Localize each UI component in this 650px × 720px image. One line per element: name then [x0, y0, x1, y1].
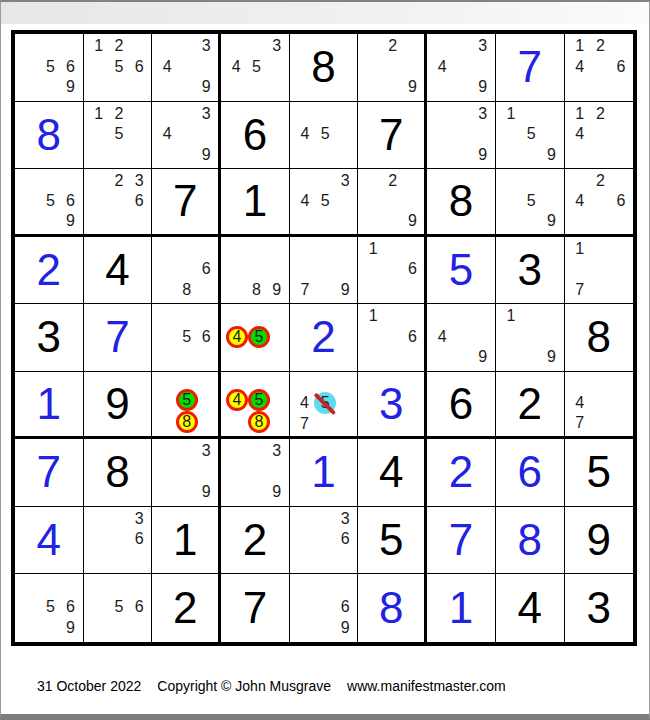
- candidate-5-highlight-green: 5: [248, 389, 270, 411]
- pencil-marks: 19: [496, 304, 564, 371]
- candidate-6: 6: [135, 531, 144, 547]
- pencil-marks: 89: [221, 237, 289, 304]
- candidate-4: 4: [300, 395, 309, 411]
- pencil-marks: 124: [565, 102, 634, 169]
- candidate-5: 5: [115, 59, 124, 75]
- candidate-2: 2: [115, 173, 124, 189]
- candidate-1: 1: [575, 241, 584, 257]
- pencil-marks: 49: [427, 304, 495, 371]
- candidate-6: 6: [341, 599, 350, 615]
- given-digit: 4: [105, 248, 129, 292]
- pencil-marks: 69: [290, 574, 358, 642]
- candidate-9: 9: [408, 213, 417, 229]
- pencil-marks: 1256: [84, 34, 152, 101]
- candidate-4: 4: [438, 329, 447, 345]
- candidate-3: 3: [341, 511, 350, 527]
- solved-digit: 8: [379, 586, 403, 630]
- given-digit: 5: [379, 518, 403, 562]
- given-digit: 8: [105, 450, 129, 494]
- cell-r6c5[interactable]: 457: [290, 372, 359, 440]
- candidate-5: 5: [115, 126, 124, 142]
- sudoku-board: 5691256349345829349712468125349645739159…: [11, 30, 637, 646]
- candidate-9: 9: [202, 79, 211, 95]
- candidate-3: 3: [341, 173, 350, 189]
- candidate-9: 9: [66, 79, 75, 95]
- elimination-strike-icon: [314, 392, 336, 414]
- candidate-3: 3: [272, 38, 281, 54]
- pencil-marks: 45: [221, 304, 289, 371]
- candidate-3: 3: [202, 443, 211, 459]
- pencil-marks: 58: [152, 372, 218, 437]
- candidate-3: 3: [135, 173, 144, 189]
- pencil-marks: 569: [15, 34, 83, 101]
- candidate-4-highlight-yellow: 4: [226, 389, 248, 411]
- given-digit: 8: [449, 179, 473, 223]
- cell-r1c2[interactable]: 1256: [84, 34, 153, 102]
- cell-r1c5[interactable]: 8: [290, 34, 359, 102]
- cell-r7c6[interactable]: 4: [358, 439, 427, 507]
- candidate-9: 9: [547, 213, 556, 229]
- candidate-8: 8: [252, 282, 261, 298]
- candidate-9: 9: [341, 620, 350, 636]
- solved-digit: 1: [37, 382, 61, 426]
- given-digit: 2: [243, 518, 267, 562]
- given-digit: 9: [587, 518, 611, 562]
- candidate-5-highlight-green: 5: [248, 326, 270, 348]
- candidate-9: 9: [66, 620, 75, 636]
- candidate-6: 6: [616, 59, 625, 75]
- pencil-marks: 236: [84, 169, 152, 234]
- candidate-9: 9: [272, 282, 281, 298]
- cell-r9c9[interactable]: 3: [565, 574, 634, 642]
- solved-digit: 4: [37, 518, 61, 562]
- candidate-6: 6: [408, 261, 417, 277]
- cell-r9c6[interactable]: 8: [358, 574, 427, 642]
- pencil-marks: 349: [152, 34, 218, 101]
- candidate-2: 2: [115, 106, 124, 122]
- candidate-1: 1: [369, 308, 378, 324]
- cell-r2c4[interactable]: 6: [221, 102, 290, 170]
- pencil-marks: 349: [427, 34, 495, 101]
- candidate-4: 4: [575, 193, 584, 209]
- cell-r2c2[interactable]: 125: [84, 102, 153, 170]
- candidate-4-highlight-yellow: 4: [226, 326, 248, 348]
- cell-r7c7[interactable]: 2: [427, 439, 496, 507]
- pencil-marks: 47: [565, 372, 634, 437]
- footer-date: 31 October 2022: [37, 678, 141, 694]
- cell-r8c6[interactable]: 5: [358, 507, 427, 575]
- pencil-marks: 36: [290, 507, 358, 574]
- candidate-3: 3: [478, 106, 487, 122]
- cell-r5c6[interactable]: 16: [358, 304, 427, 372]
- cell-r4c7[interactable]: 5: [427, 237, 496, 305]
- candidate-7: 7: [575, 282, 584, 298]
- candidate-1: 1: [575, 106, 584, 122]
- candidate-6: 6: [135, 193, 144, 209]
- pencil-marks: 39: [427, 102, 495, 169]
- pencil-marks: 345: [290, 169, 358, 234]
- cell-r6c9[interactable]: 47: [565, 372, 634, 440]
- candidate-4: 4: [575, 59, 584, 75]
- cell-r4c5[interactable]: 79: [290, 237, 359, 305]
- cell-r2c7[interactable]: 39: [427, 102, 496, 170]
- candidate-5-highlight-cyan: 5: [314, 392, 336, 414]
- cell-r1c7[interactable]: 349: [427, 34, 496, 102]
- candidate-9: 9: [66, 213, 75, 229]
- given-digit: 7: [243, 586, 267, 630]
- cell-r7c4[interactable]: 39: [221, 439, 290, 507]
- pencil-marks: 45: [290, 102, 358, 169]
- pencil-marks: 1246: [565, 34, 634, 101]
- candidate-1: 1: [94, 38, 103, 54]
- pencil-marks: 68: [152, 237, 218, 304]
- cell-r9c8[interactable]: 4: [496, 574, 565, 642]
- solved-digit: 8: [37, 113, 61, 157]
- candidate-8-highlight-yellow: 8: [248, 411, 270, 433]
- candidate-4: 4: [300, 126, 309, 142]
- candidate-6: 6: [202, 261, 211, 277]
- pencil-marks: 16: [358, 304, 424, 371]
- candidate-5: 5: [252, 59, 261, 75]
- candidate-7: 7: [300, 416, 309, 432]
- cell-r8c1[interactable]: 4: [15, 507, 84, 575]
- given-digit: 9: [105, 382, 129, 426]
- candidate-1: 1: [506, 106, 515, 122]
- cell-r5c1[interactable]: 3: [15, 304, 84, 372]
- cell-r8c7[interactable]: 7: [427, 507, 496, 575]
- candidate-8: 8: [182, 282, 191, 298]
- candidate-4: 4: [232, 59, 241, 75]
- given-digit: 7: [379, 113, 403, 157]
- given-digit: 1: [243, 179, 267, 223]
- candidate-8-highlight-yellow: 8: [176, 411, 198, 433]
- pencil-marks: 59: [496, 169, 564, 234]
- pencil-marks: 457: [290, 372, 358, 437]
- cell-r3c8[interactable]: 59: [496, 169, 565, 237]
- pencil-marks: 345: [221, 34, 289, 101]
- candidate-4: 4: [575, 126, 584, 142]
- cell-r1c4[interactable]: 345: [221, 34, 290, 102]
- candidate-6: 6: [66, 193, 75, 209]
- cell-r6c3[interactable]: 58: [152, 372, 221, 440]
- cell-r2c6[interactable]: 7: [358, 102, 427, 170]
- candidate-1: 1: [506, 308, 515, 324]
- candidate-2: 2: [115, 38, 124, 54]
- cell-r8c4[interactable]: 2: [221, 507, 290, 575]
- cell-r7c1[interactable]: 7: [15, 439, 84, 507]
- pencil-marks: 39: [221, 439, 289, 506]
- given-digit: 3: [587, 586, 611, 630]
- cell-r5c7[interactable]: 49: [427, 304, 496, 372]
- cell-r4c6[interactable]: 16: [358, 237, 427, 305]
- pencil-marks: 569: [15, 169, 83, 234]
- candidate-9: 9: [478, 79, 487, 95]
- footer: 31 October 2022 Copyright © John Musgrav…: [37, 678, 506, 694]
- candidate-2: 2: [596, 106, 605, 122]
- cell-r4c3[interactable]: 68: [152, 237, 221, 305]
- pencil-marks: 29: [358, 34, 424, 101]
- candidate-6: 6: [135, 59, 144, 75]
- cell-r3c4[interactable]: 1: [221, 169, 290, 237]
- candidate-3: 3: [202, 38, 211, 54]
- cell-r3c1[interactable]: 569: [15, 169, 84, 237]
- candidate-2: 2: [596, 38, 605, 54]
- cell-r8c2[interactable]: 36: [84, 507, 153, 575]
- cell-r5c5[interactable]: 2: [290, 304, 359, 372]
- solved-digit: 8: [517, 518, 541, 562]
- pencil-marks: 458: [221, 372, 289, 437]
- page: 5691256349345829349712468125349645739159…: [0, 0, 650, 720]
- cell-r8c3[interactable]: 1: [152, 507, 221, 575]
- given-digit: 6: [449, 382, 473, 426]
- candidate-3: 3: [478, 38, 487, 54]
- solved-digit: 6: [517, 450, 541, 494]
- candidate-9: 9: [547, 349, 556, 365]
- given-digit: 8: [587, 315, 611, 359]
- solved-digit: 1: [311, 450, 335, 494]
- candidate-6: 6: [616, 193, 625, 209]
- cell-r8c8[interactable]: 8: [496, 507, 565, 575]
- candidate-3: 3: [272, 443, 281, 459]
- given-digit: 2: [173, 586, 197, 630]
- cell-r5c8[interactable]: 19: [496, 304, 565, 372]
- candidate-7: 7: [575, 415, 584, 431]
- cell-r9c7[interactable]: 1: [427, 574, 496, 642]
- cell-r5c4[interactable]: 45: [221, 304, 290, 372]
- pencil-marks: 17: [565, 237, 634, 304]
- candidate-4: 4: [438, 59, 447, 75]
- pencil-marks: 79: [290, 237, 358, 304]
- cell-r6c1[interactable]: 1: [15, 372, 84, 440]
- cell-r3c2[interactable]: 236: [84, 169, 153, 237]
- footer-website-link[interactable]: www.manifestmaster.com: [347, 678, 506, 694]
- footer-copyright: Copyright © John Musgrave: [157, 678, 331, 694]
- given-digit: 7: [173, 179, 197, 223]
- given-digit: 2: [517, 382, 541, 426]
- candidate-2: 2: [388, 38, 397, 54]
- pencil-marks: 246: [565, 169, 634, 234]
- cell-r5c2[interactable]: 7: [84, 304, 153, 372]
- cell-r3c6[interactable]: 29: [358, 169, 427, 237]
- cell-r8c9[interactable]: 9: [565, 507, 634, 575]
- candidate-3: 3: [202, 106, 211, 122]
- candidate-6: 6: [66, 599, 75, 615]
- cell-r4c4[interactable]: 89: [221, 237, 290, 305]
- candidate-5: 5: [321, 193, 330, 209]
- solved-digit: 7: [517, 45, 541, 89]
- cell-r1c3[interactable]: 349: [152, 34, 221, 102]
- given-digit: 4: [517, 586, 541, 630]
- candidate-6: 6: [202, 329, 211, 345]
- given-digit: 8: [311, 45, 335, 89]
- candidate-6: 6: [135, 599, 144, 615]
- candidate-5: 5: [527, 193, 536, 209]
- cell-r4c8[interactable]: 3: [496, 237, 565, 305]
- cell-r3c7[interactable]: 8: [427, 169, 496, 237]
- cell-r4c9[interactable]: 17: [565, 237, 634, 305]
- cell-r3c9[interactable]: 246: [565, 169, 634, 237]
- cell-r3c5[interactable]: 345: [290, 169, 359, 237]
- candidate-6: 6: [408, 329, 417, 345]
- cell-r2c1[interactable]: 8: [15, 102, 84, 170]
- pencil-marks: 569: [15, 574, 83, 642]
- pencil-marks: 29: [358, 169, 424, 234]
- cell-r3c3[interactable]: 7: [152, 169, 221, 237]
- candidate-6: 6: [66, 59, 75, 75]
- pencil-marks: 36: [84, 507, 152, 574]
- cell-r6c7[interactable]: 6: [427, 372, 496, 440]
- candidate-3: 3: [135, 511, 144, 527]
- candidate-4: 4: [575, 395, 584, 411]
- cell-r8c5[interactable]: 36: [290, 507, 359, 575]
- cell-r9c3[interactable]: 2: [152, 574, 221, 642]
- solved-digit: 2: [311, 315, 335, 359]
- candidate-9: 9: [202, 484, 211, 500]
- candidate-5: 5: [527, 126, 536, 142]
- candidate-2: 2: [388, 173, 397, 189]
- cell-r5c9[interactable]: 8: [565, 304, 634, 372]
- cell-r4c1[interactable]: 2: [15, 237, 84, 305]
- cell-r6c4[interactable]: 458: [221, 372, 290, 440]
- candidate-5: 5: [321, 126, 330, 142]
- solved-digit: 7: [37, 450, 61, 494]
- given-digit: 3: [37, 315, 61, 359]
- candidate-9: 9: [341, 282, 350, 298]
- candidate-4: 4: [163, 126, 172, 142]
- cell-r9c1[interactable]: 569: [15, 574, 84, 642]
- solved-digit: 2: [449, 450, 473, 494]
- cell-r2c5[interactable]: 45: [290, 102, 359, 170]
- candidate-9: 9: [547, 147, 556, 163]
- pencil-marks: 56: [152, 304, 218, 371]
- cell-r4c2[interactable]: 4: [84, 237, 153, 305]
- candidate-4: 4: [163, 59, 172, 75]
- candidate-5: 5: [46, 193, 55, 209]
- solved-digit: 2: [37, 248, 61, 292]
- title-bar: [1, 2, 649, 24]
- given-digit: 3: [517, 248, 541, 292]
- candidate-9: 9: [202, 147, 211, 163]
- pencil-marks: 159: [496, 102, 564, 169]
- cell-r6c6[interactable]: 3: [358, 372, 427, 440]
- solved-digit: 3: [379, 382, 403, 426]
- solved-digit: 1: [449, 586, 473, 630]
- given-digit: 6: [243, 113, 267, 157]
- candidate-5: 5: [182, 329, 191, 345]
- cell-r2c3[interactable]: 349: [152, 102, 221, 170]
- given-digit: 1: [173, 518, 197, 562]
- candidate-9: 9: [478, 147, 487, 163]
- cell-r1c6[interactable]: 29: [358, 34, 427, 102]
- cell-r7c8[interactable]: 6: [496, 439, 565, 507]
- cell-r7c5[interactable]: 1: [290, 439, 359, 507]
- candidate-4: 4: [300, 193, 309, 209]
- given-digit: 4: [379, 450, 403, 494]
- cell-r2c8[interactable]: 159: [496, 102, 565, 170]
- candidate-9: 9: [272, 484, 281, 500]
- cell-r1c9[interactable]: 1246: [565, 34, 634, 102]
- candidate-1: 1: [369, 241, 378, 257]
- cell-r1c1[interactable]: 569: [15, 34, 84, 102]
- pencil-marks: 39: [152, 439, 218, 506]
- candidate-6: 6: [341, 531, 350, 547]
- cell-r7c2[interactable]: 8: [84, 439, 153, 507]
- cell-r9c4[interactable]: 7: [221, 574, 290, 642]
- candidate-5: 5: [115, 599, 124, 615]
- solved-digit: 7: [105, 315, 129, 359]
- pencil-marks: 349: [152, 102, 218, 169]
- candidate-1: 1: [575, 38, 584, 54]
- cell-r9c5[interactable]: 69: [290, 574, 359, 642]
- cell-r7c9[interactable]: 5: [565, 439, 634, 507]
- candidate-5: 5: [46, 599, 55, 615]
- candidate-9: 9: [408, 79, 417, 95]
- candidate-5: 5: [46, 59, 55, 75]
- cell-r9c2[interactable]: 56: [84, 574, 153, 642]
- pencil-marks: 16: [358, 237, 424, 304]
- pencil-marks: 125: [84, 102, 152, 169]
- cell-r6c8[interactable]: 2: [496, 372, 565, 440]
- candidate-2: 2: [596, 173, 605, 189]
- cell-r2c9[interactable]: 124: [565, 102, 634, 170]
- solved-digit: 7: [449, 518, 473, 562]
- candidate-7: 7: [300, 282, 309, 298]
- cell-r6c2[interactable]: 9: [84, 372, 153, 440]
- solved-digit: 5: [449, 248, 473, 292]
- candidate-5-highlight-green: 5: [176, 389, 198, 411]
- pencil-marks: 56: [84, 574, 152, 642]
- given-digit: 5: [587, 450, 611, 494]
- cell-r5c3[interactable]: 56: [152, 304, 221, 372]
- cell-r7c3[interactable]: 39: [152, 439, 221, 507]
- candidate-9: 9: [478, 349, 487, 365]
- candidate-1: 1: [94, 106, 103, 122]
- cell-r1c8[interactable]: 7: [496, 34, 565, 102]
